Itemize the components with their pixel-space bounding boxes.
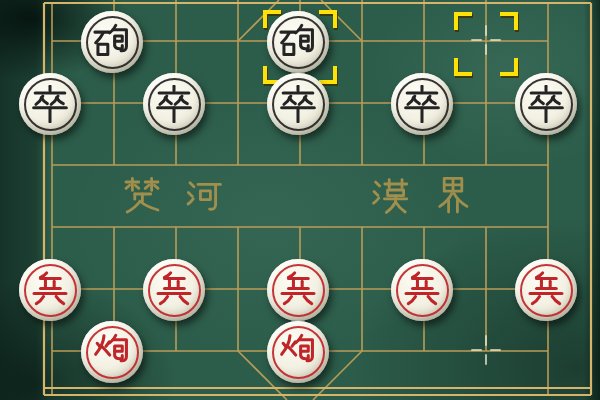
- red-cannon[interactable]: [81, 321, 143, 383]
- red-cannon[interactable]: [267, 321, 329, 383]
- river-character: [122, 176, 162, 216]
- black-cannon[interactable]: [81, 11, 143, 73]
- red-soldier[interactable]: [19, 259, 81, 321]
- red-soldier[interactable]: [143, 259, 205, 321]
- black-soldier[interactable]: [267, 73, 329, 135]
- last-move-from-marker: [454, 12, 518, 76]
- red-soldier[interactable]: [391, 259, 453, 321]
- black-soldier[interactable]: [391, 73, 453, 135]
- river-character: [184, 176, 224, 216]
- red-soldier[interactable]: [267, 259, 329, 321]
- red-soldier[interactable]: [515, 259, 577, 321]
- xiangqi-board[interactable]: [0, 0, 600, 400]
- river-character: [433, 176, 473, 216]
- black-cannon[interactable]: [267, 11, 329, 73]
- point-marker: [471, 335, 501, 365]
- black-soldier[interactable]: [143, 73, 205, 135]
- black-soldier[interactable]: [515, 73, 577, 135]
- black-soldier[interactable]: [19, 73, 81, 135]
- river-character: [370, 176, 410, 216]
